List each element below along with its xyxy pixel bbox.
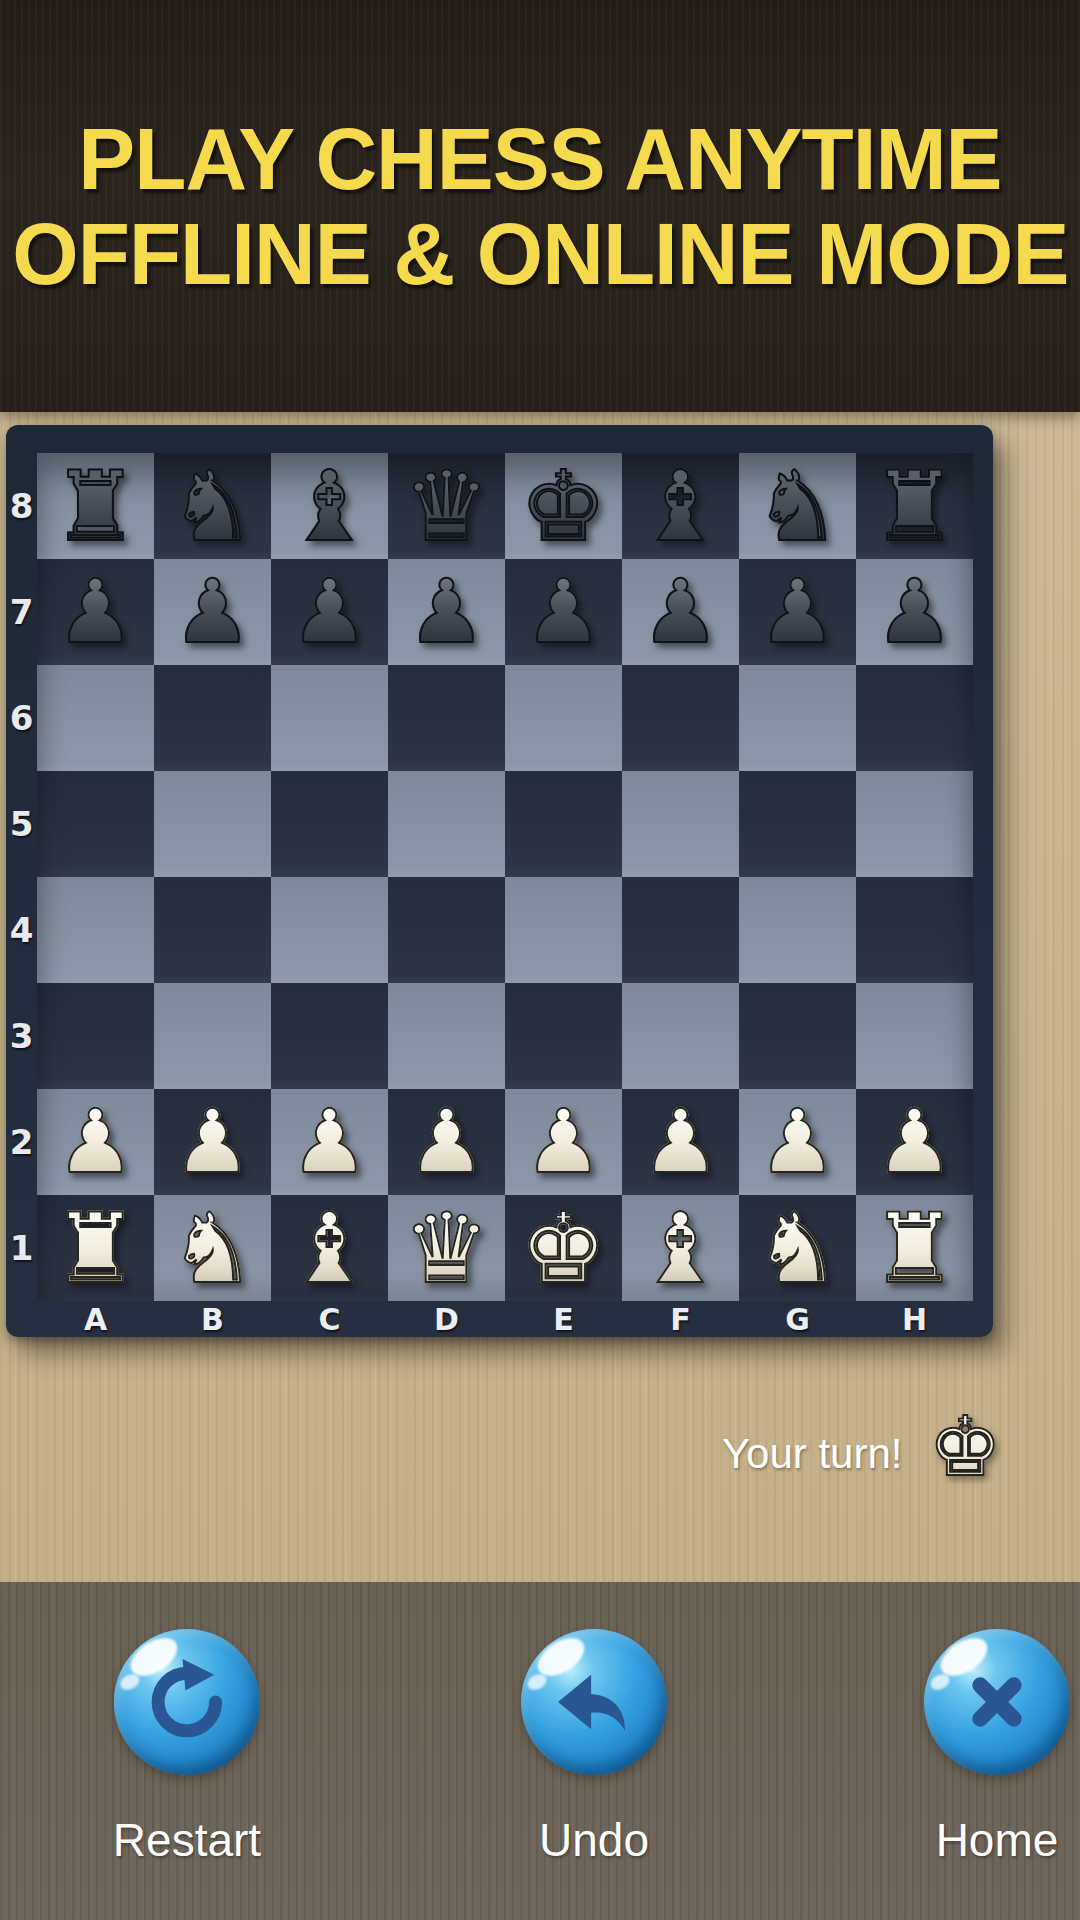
piece-black-pawn[interactable]: ♟ [524,568,603,656]
piece-white-pawn[interactable]: ♟ [758,1098,837,1186]
rank-label-5: 5 [6,771,37,877]
restart-button[interactable]: Restart [113,1629,261,1867]
square-h2[interactable]: ♟ [856,1089,973,1195]
square-f7[interactable]: ♟ [622,559,739,665]
piece-white-king[interactable]: ♚ [520,1200,607,1297]
square-d5[interactable] [388,771,505,877]
square-f8[interactable]: ♝ [622,453,739,559]
square-c8[interactable]: ♝ [271,453,388,559]
rank-labels: 87654321 [6,453,37,1301]
square-c6[interactable] [271,665,388,771]
undo-icon [548,1656,640,1748]
white-king-icon: ♚ [928,1406,1002,1488]
square-d8[interactable]: ♛ [388,453,505,559]
square-b2[interactable]: ♟ [154,1089,271,1195]
board-squares: ♜♞♝♛♚♝♞♜♟♟♟♟♟♟♟♟♟♟♟♟♟♟♟♟♜♞♝♛♚♝♞♜ [37,453,973,1301]
square-g2[interactable]: ♟ [739,1089,856,1195]
square-f1[interactable]: ♝ [622,1195,739,1301]
piece-white-pawn[interactable]: ♟ [641,1098,720,1186]
square-f5[interactable] [622,771,739,877]
square-e7[interactable]: ♟ [505,559,622,665]
square-c3[interactable] [271,983,388,1089]
square-b5[interactable] [154,771,271,877]
square-a1[interactable]: ♜ [37,1195,154,1301]
square-a2[interactable]: ♟ [37,1089,154,1195]
square-h3[interactable] [856,983,973,1089]
restart-button-circle[interactable] [114,1629,260,1775]
square-b7[interactable]: ♟ [154,559,271,665]
title-line-2: OFFLINE & ONLINE MODE [12,206,1068,301]
square-b8[interactable]: ♞ [154,453,271,559]
piece-black-pawn[interactable]: ♟ [173,568,252,656]
rank-label-1: 1 [6,1195,37,1301]
file-label-e: E [505,1301,622,1337]
square-g7[interactable]: ♟ [739,559,856,665]
piece-white-pawn[interactable]: ♟ [407,1098,486,1186]
piece-white-pawn[interactable]: ♟ [875,1098,954,1186]
file-label-c: C [271,1301,388,1337]
square-e4[interactable] [505,877,622,983]
piece-black-bishop[interactable]: ♝ [286,458,373,555]
square-d6[interactable] [388,665,505,771]
piece-black-rook[interactable]: ♜ [52,458,139,555]
piece-white-pawn[interactable]: ♟ [290,1098,369,1186]
piece-white-queen[interactable]: ♛ [403,1200,490,1297]
square-d7[interactable]: ♟ [388,559,505,665]
piece-black-bishop[interactable]: ♝ [637,458,724,555]
piece-white-knight[interactable]: ♞ [169,1200,256,1297]
undo-button-label: Undo [539,1813,649,1867]
piece-white-knight[interactable]: ♞ [754,1200,841,1297]
square-g6[interactable] [739,665,856,771]
file-label-f: F [622,1301,739,1337]
header-banner: PLAY CHESS ANYTIME OFFLINE & ONLINE MODE [0,0,1080,412]
square-a5[interactable] [37,771,154,877]
square-h6[interactable] [856,665,973,771]
close-icon [951,1656,1043,1748]
restart-button-label: Restart [113,1813,261,1867]
file-labels: ABCDEFGH [37,1301,973,1337]
rank-label-7: 7 [6,559,37,665]
piece-black-queen[interactable]: ♛ [403,458,490,555]
square-h4[interactable] [856,877,973,983]
home-button[interactable]: Home [924,1629,1070,1867]
piece-white-rook[interactable]: ♜ [52,1200,139,1297]
square-h1[interactable]: ♜ [856,1195,973,1301]
piece-black-pawn[interactable]: ♟ [641,568,720,656]
turn-status-text: Your turn! [722,1430,903,1478]
square-c7[interactable]: ♟ [271,559,388,665]
square-d2[interactable]: ♟ [388,1089,505,1195]
square-d3[interactable] [388,983,505,1089]
file-label-d: D [388,1301,505,1337]
square-b3[interactable] [154,983,271,1089]
piece-white-bishop[interactable]: ♝ [637,1200,724,1297]
square-a7[interactable]: ♟ [37,559,154,665]
rank-label-2: 2 [6,1089,37,1195]
square-h5[interactable] [856,771,973,877]
action-bar: Restart Undo Home [0,1582,1080,1920]
piece-white-pawn[interactable]: ♟ [56,1098,135,1186]
piece-white-bishop[interactable]: ♝ [286,1200,373,1297]
file-label-g: G [739,1301,856,1337]
restart-icon [141,1656,233,1748]
square-g1[interactable]: ♞ [739,1195,856,1301]
square-e6[interactable] [505,665,622,771]
square-e5[interactable] [505,771,622,877]
square-c5[interactable] [271,771,388,877]
square-b4[interactable] [154,877,271,983]
app-screen: PLAY CHESS ANYTIME OFFLINE & ONLINE MODE… [0,0,1080,1920]
square-c2[interactable]: ♟ [271,1089,388,1195]
title-line-1: PLAY CHESS ANYTIME [78,111,1001,206]
piece-black-knight[interactable]: ♞ [169,458,256,555]
rank-label-4: 4 [6,877,37,983]
square-g4[interactable] [739,877,856,983]
piece-black-pawn[interactable]: ♟ [290,568,369,656]
square-f4[interactable] [622,877,739,983]
square-e8[interactable]: ♚ [505,453,622,559]
undo-button[interactable]: Undo [521,1629,667,1867]
square-h8[interactable]: ♜ [856,453,973,559]
file-label-a: A [37,1301,154,1337]
square-e1[interactable]: ♚ [505,1195,622,1301]
home-button-circle[interactable] [924,1629,1070,1775]
square-c4[interactable] [271,877,388,983]
square-g5[interactable] [739,771,856,877]
square-e3[interactable] [505,983,622,1089]
piece-white-rook[interactable]: ♜ [871,1200,958,1297]
undo-button-circle[interactable] [521,1629,667,1775]
square-d1[interactable]: ♛ [388,1195,505,1301]
piece-black-rook[interactable]: ♜ [871,458,958,555]
square-g3[interactable] [739,983,856,1089]
piece-white-pawn[interactable]: ♟ [173,1098,252,1186]
rank-label-3: 3 [6,983,37,1089]
chess-board: 87654321 ♜♞♝♛♚♝♞♜♟♟♟♟♟♟♟♟♟♟♟♟♟♟♟♟♜♞♝♛♚♝♞… [6,425,993,1337]
rank-label-8: 8 [6,453,37,559]
piece-black-pawn[interactable]: ♟ [407,568,486,656]
square-a6[interactable] [37,665,154,771]
square-d4[interactable] [388,877,505,983]
square-h7[interactable]: ♟ [856,559,973,665]
piece-black-pawn[interactable]: ♟ [758,568,837,656]
piece-white-pawn[interactable]: ♟ [524,1098,603,1186]
piece-black-knight[interactable]: ♞ [754,458,841,555]
square-f2[interactable]: ♟ [622,1089,739,1195]
square-a4[interactable] [37,877,154,983]
square-b1[interactable]: ♞ [154,1195,271,1301]
file-label-h: H [856,1301,973,1337]
square-c1[interactable]: ♝ [271,1195,388,1301]
square-e2[interactable]: ♟ [505,1089,622,1195]
turn-status: Your turn! ♚ [722,1396,1002,1512]
home-button-label: Home [936,1813,1059,1867]
piece-black-king[interactable]: ♚ [520,458,607,555]
piece-black-pawn[interactable]: ♟ [56,568,135,656]
rank-label-6: 6 [6,665,37,771]
square-a3[interactable] [37,983,154,1089]
square-b6[interactable] [154,665,271,771]
square-f6[interactable] [622,665,739,771]
file-label-b: B [154,1301,271,1337]
piece-black-pawn[interactable]: ♟ [875,568,954,656]
square-g8[interactable]: ♞ [739,453,856,559]
square-a8[interactable]: ♜ [37,453,154,559]
square-f3[interactable] [622,983,739,1089]
